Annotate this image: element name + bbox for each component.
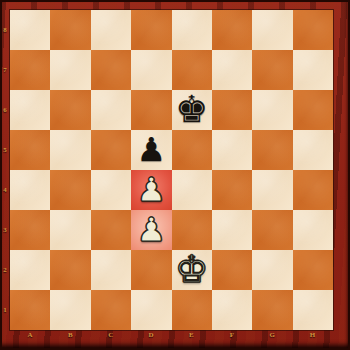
square-d3[interactable]: ♟	[131, 210, 171, 250]
piece-white-king-e2[interactable]: ♚	[175, 251, 208, 288]
file-label-f: F	[212, 331, 252, 344]
square-h5[interactable]	[293, 130, 333, 170]
square-g3[interactable]	[252, 210, 292, 250]
square-g6[interactable]	[252, 90, 292, 130]
square-c2[interactable]	[91, 250, 131, 290]
square-d2[interactable]	[131, 250, 171, 290]
square-f5[interactable]	[212, 130, 252, 170]
square-f7[interactable]	[212, 50, 252, 90]
square-f8[interactable]	[212, 10, 252, 50]
rank-label-3: 3	[0, 210, 10, 250]
square-b1[interactable]	[50, 290, 90, 330]
square-a4[interactable]	[10, 170, 50, 210]
square-f4[interactable]	[212, 170, 252, 210]
square-f1[interactable]	[212, 290, 252, 330]
square-h1[interactable]	[293, 290, 333, 330]
square-c6[interactable]	[91, 90, 131, 130]
square-h4[interactable]	[293, 170, 333, 210]
file-label-b: B	[50, 331, 90, 344]
file-label-a: A	[10, 331, 50, 344]
square-h2[interactable]	[293, 250, 333, 290]
square-c4[interactable]	[91, 170, 131, 210]
square-g7[interactable]	[252, 50, 292, 90]
square-c3[interactable]	[91, 210, 131, 250]
square-a2[interactable]	[10, 250, 50, 290]
square-h7[interactable]	[293, 50, 333, 90]
square-b2[interactable]	[50, 250, 90, 290]
square-d7[interactable]	[131, 50, 171, 90]
square-h6[interactable]	[293, 90, 333, 130]
rank-label-7: 7	[0, 50, 10, 90]
square-c7[interactable]	[91, 50, 131, 90]
file-label-g: G	[252, 331, 292, 344]
rank-label-1: 1	[0, 290, 10, 330]
rank-label-4: 4	[0, 170, 10, 210]
square-d8[interactable]	[131, 10, 171, 50]
square-e4[interactable]	[172, 170, 212, 210]
square-d1[interactable]	[131, 290, 171, 330]
piece-white-pawn-d4[interactable]: ♟	[137, 173, 167, 206]
file-label-e: E	[172, 331, 212, 344]
square-a8[interactable]	[10, 10, 50, 50]
square-b8[interactable]	[50, 10, 90, 50]
square-a5[interactable]	[10, 130, 50, 170]
rank-label-8: 8	[0, 10, 10, 50]
square-e7[interactable]	[172, 50, 212, 90]
file-label-c: C	[91, 331, 131, 344]
square-e1[interactable]	[172, 290, 212, 330]
square-c8[interactable]	[91, 10, 131, 50]
square-f6[interactable]	[212, 90, 252, 130]
file-label-d: D	[131, 331, 171, 344]
piece-black-king-e6[interactable]: ♚	[175, 91, 208, 128]
square-f2[interactable]	[212, 250, 252, 290]
square-c5[interactable]	[91, 130, 131, 170]
square-d4[interactable]: ♟	[131, 170, 171, 210]
rank-label-2: 2	[0, 250, 10, 290]
square-a3[interactable]	[10, 210, 50, 250]
square-b4[interactable]	[50, 170, 90, 210]
square-d5[interactable]: ♟	[131, 130, 171, 170]
square-a7[interactable]	[10, 50, 50, 90]
square-b3[interactable]	[50, 210, 90, 250]
square-b7[interactable]	[50, 50, 90, 90]
rank-labels: 87654321	[0, 10, 10, 330]
square-e3[interactable]	[172, 210, 212, 250]
chess-app: ♚♟♟♟♚ 87654321 ABCDEFGH	[0, 0, 350, 350]
square-b6[interactable]	[50, 90, 90, 130]
square-d6[interactable]	[131, 90, 171, 130]
square-c1[interactable]	[91, 290, 131, 330]
piece-black-pawn-d5[interactable]: ♟	[137, 133, 167, 166]
square-g1[interactable]	[252, 290, 292, 330]
square-g5[interactable]	[252, 130, 292, 170]
rank-label-5: 5	[0, 130, 10, 170]
square-e2[interactable]: ♚	[172, 250, 212, 290]
square-b5[interactable]	[50, 130, 90, 170]
square-g2[interactable]	[252, 250, 292, 290]
piece-white-pawn-d3[interactable]: ♟	[137, 213, 167, 246]
square-h8[interactable]	[293, 10, 333, 50]
square-a1[interactable]	[10, 290, 50, 330]
file-labels: ABCDEFGH	[10, 331, 333, 344]
square-e6[interactable]: ♚	[172, 90, 212, 130]
square-e8[interactable]	[172, 10, 212, 50]
square-a6[interactable]	[10, 90, 50, 130]
square-e5[interactable]	[172, 130, 212, 170]
file-label-h: H	[293, 331, 333, 344]
square-g4[interactable]	[252, 170, 292, 210]
square-f3[interactable]	[212, 210, 252, 250]
rank-label-6: 6	[0, 90, 10, 130]
square-h3[interactable]	[293, 210, 333, 250]
chess-board[interactable]: ♚♟♟♟♚	[10, 10, 333, 330]
square-g8[interactable]	[252, 10, 292, 50]
